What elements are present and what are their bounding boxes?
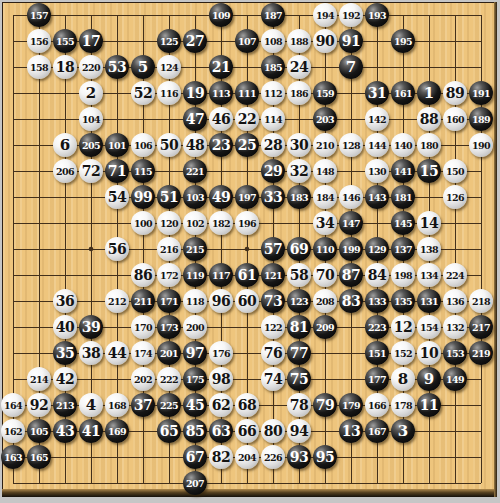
stone-black-9[interactable]: 9: [417, 367, 441, 391]
stone-black-203[interactable]: 203: [313, 107, 337, 131]
stone-white-212[interactable]: 212: [105, 289, 129, 313]
stone-black-171[interactable]: 171: [157, 289, 181, 313]
stone-white-96[interactable]: 96: [209, 289, 233, 313]
stone-white-156[interactable]: 156: [27, 29, 51, 53]
stone-white-18[interactable]: 18: [53, 55, 77, 79]
stone-white-40[interactable]: 40: [53, 315, 77, 339]
stone-black-131[interactable]: 131: [417, 289, 441, 313]
stone-black-147[interactable]: 147: [339, 211, 363, 235]
stone-black-83[interactable]: 83: [339, 289, 363, 313]
stone-white-100[interactable]: 100: [131, 211, 155, 235]
stone-white-214[interactable]: 214: [27, 367, 51, 391]
stone-white-112[interactable]: 112: [261, 81, 285, 105]
stone-black-23[interactable]: 23: [209, 133, 233, 157]
stone-black-109[interactable]: 109: [209, 3, 233, 27]
stone-black-123[interactable]: 123: [287, 289, 311, 313]
stone-black-195[interactable]: 195: [391, 29, 415, 53]
stone-white-72[interactable]: 72: [79, 159, 103, 183]
stone-black-7[interactable]: 7: [339, 55, 363, 79]
stone-black-199[interactable]: 199: [339, 237, 363, 261]
stone-white-44[interactable]: 44: [105, 341, 129, 365]
stone-white-168[interactable]: 168: [105, 393, 129, 417]
stone-white-196[interactable]: 196: [235, 211, 259, 235]
stone-white-162[interactable]: 162: [1, 419, 25, 443]
stone-black-37[interactable]: 37: [131, 393, 155, 417]
stone-black-41[interactable]: 41: [79, 419, 103, 443]
stone-black-133[interactable]: 133: [365, 289, 389, 313]
stone-black-193[interactable]: 193: [365, 3, 389, 27]
stone-black-75[interactable]: 75: [287, 367, 311, 391]
stone-white-48[interactable]: 48: [183, 133, 207, 157]
stone-white-118[interactable]: 118: [183, 289, 207, 313]
stone-white-88[interactable]: 88: [417, 107, 441, 131]
stone-black-35[interactable]: 35: [53, 341, 77, 365]
stone-white-14[interactable]: 14: [417, 211, 441, 235]
stone-black-187[interactable]: 187: [261, 3, 285, 27]
stone-white-124[interactable]: 124: [157, 55, 181, 79]
stone-black-11[interactable]: 11: [417, 393, 441, 417]
stone-black-119[interactable]: 119: [183, 263, 207, 287]
stone-black-81[interactable]: 81: [287, 315, 311, 339]
stone-white-210[interactable]: 210: [313, 133, 337, 157]
stone-black-5[interactable]: 5: [131, 55, 155, 79]
stone-black-71[interactable]: 71: [105, 159, 129, 183]
stone-black-211[interactable]: 211: [131, 289, 155, 313]
stone-black-47[interactable]: 47: [183, 107, 207, 131]
stone-black-159[interactable]: 159: [313, 81, 337, 105]
stone-black-155[interactable]: 155: [53, 29, 77, 53]
stone-black-153[interactable]: 153: [443, 341, 467, 365]
stone-black-25[interactable]: 25: [235, 133, 259, 157]
stone-black-97[interactable]: 97: [183, 341, 207, 365]
stone-white-52[interactable]: 52: [131, 81, 155, 105]
stone-black-43[interactable]: 43: [53, 419, 77, 443]
stone-white-42[interactable]: 42: [53, 367, 77, 391]
stone-white-54[interactable]: 54: [105, 185, 129, 209]
stone-black-15[interactable]: 15: [417, 159, 441, 183]
stone-white-34[interactable]: 34: [313, 211, 337, 235]
stone-white-160[interactable]: 160: [443, 107, 467, 131]
stone-white-148[interactable]: 148: [313, 159, 337, 183]
stone-white-108[interactable]: 108: [261, 29, 285, 53]
stone-white-182[interactable]: 182: [209, 211, 233, 235]
stone-white-140[interactable]: 140: [391, 133, 415, 157]
stone-black-165[interactable]: 165: [27, 445, 51, 469]
stone-white-186[interactable]: 186: [287, 81, 311, 105]
stone-black-61[interactable]: 61: [235, 263, 259, 287]
stone-white-126[interactable]: 126: [443, 185, 467, 209]
stone-white-114[interactable]: 114: [261, 107, 285, 131]
stone-white-78[interactable]: 78: [287, 393, 311, 417]
stone-black-129[interactable]: 129: [365, 237, 389, 261]
stone-black-87[interactable]: 87: [339, 263, 363, 287]
stone-black-13[interactable]: 13: [339, 419, 363, 443]
stone-white-224[interactable]: 224: [443, 263, 467, 287]
stone-black-99[interactable]: 99: [131, 185, 155, 209]
stone-white-178[interactable]: 178: [391, 393, 415, 417]
stone-white-98[interactable]: 98: [209, 367, 233, 391]
stone-black-173[interactable]: 173: [157, 315, 181, 339]
stone-white-128[interactable]: 128: [339, 133, 363, 157]
stone-white-158[interactable]: 158: [27, 55, 51, 79]
stone-black-223[interactable]: 223: [365, 315, 389, 339]
stone-black-201[interactable]: 201: [157, 341, 181, 365]
board-edge-bevel-bottom: [2, 489, 497, 497]
stone-white-166[interactable]: 166: [365, 393, 389, 417]
stone-white-136[interactable]: 136: [443, 289, 467, 313]
stone-black-3[interactable]: 3: [391, 419, 415, 443]
stone-white-130[interactable]: 130: [365, 159, 389, 183]
stone-white-104[interactable]: 104: [79, 107, 103, 131]
stone-black-179[interactable]: 179: [339, 393, 363, 417]
stone-white-204[interactable]: 204: [235, 445, 259, 469]
stone-black-145[interactable]: 145: [391, 211, 415, 235]
stone-black-29[interactable]: 29: [261, 159, 285, 183]
stone-black-39[interactable]: 39: [79, 315, 103, 339]
stone-black-57[interactable]: 57: [261, 237, 285, 261]
stone-black-17[interactable]: 17: [79, 29, 103, 53]
stone-white-206[interactable]: 206: [53, 159, 77, 183]
stone-white-12[interactable]: 12: [391, 315, 415, 339]
stone-white-172[interactable]: 172: [157, 263, 181, 287]
stone-black-115[interactable]: 115: [131, 159, 155, 183]
stone-black-215[interactable]: 215: [183, 237, 207, 261]
stone-white-174[interactable]: 174: [131, 341, 155, 365]
stone-white-62[interactable]: 62: [209, 393, 233, 417]
stone-black-27[interactable]: 27: [183, 29, 207, 53]
stone-black-113[interactable]: 113: [209, 81, 233, 105]
stone-black-21[interactable]: 21: [209, 55, 233, 79]
stone-black-65[interactable]: 65: [157, 419, 181, 443]
stone-white-226[interactable]: 226: [261, 445, 285, 469]
stone-black-137[interactable]: 137: [391, 237, 415, 261]
stone-black-181[interactable]: 181: [391, 185, 415, 209]
stone-black-95[interactable]: 95: [313, 445, 337, 469]
stone-white-58[interactable]: 58: [287, 263, 311, 287]
stone-black-207[interactable]: 207: [183, 471, 207, 495]
stone-black-161[interactable]: 161: [391, 81, 415, 105]
stone-white-138[interactable]: 138: [417, 237, 441, 261]
stone-white-74[interactable]: 74: [261, 367, 285, 391]
stone-white-56[interactable]: 56: [105, 237, 129, 261]
stone-black-183[interactable]: 183: [287, 185, 311, 209]
stone-white-198[interactable]: 198: [391, 263, 415, 287]
stone-white-180[interactable]: 180: [417, 133, 441, 157]
stone-black-49[interactable]: 49: [209, 185, 233, 209]
stone-black-121[interactable]: 121: [261, 263, 285, 287]
stone-black-143[interactable]: 143: [365, 185, 389, 209]
stone-black-19[interactable]: 19: [183, 81, 207, 105]
stone-white-30[interactable]: 30: [287, 133, 311, 157]
stone-white-152[interactable]: 152: [391, 341, 415, 365]
stone-black-85[interactable]: 85: [183, 419, 207, 443]
stone-black-103[interactable]: 103: [183, 185, 207, 209]
stone-black-63[interactable]: 63: [209, 419, 233, 443]
stone-white-38[interactable]: 38: [79, 341, 103, 365]
stone-white-6[interactable]: 6: [53, 133, 77, 157]
stone-white-68[interactable]: 68: [235, 393, 259, 417]
stone-white-36[interactable]: 36: [53, 289, 77, 313]
stone-black-167[interactable]: 167: [365, 419, 389, 443]
stone-black-213[interactable]: 213: [53, 393, 77, 417]
stone-white-24[interactable]: 24: [287, 55, 311, 79]
stone-black-101[interactable]: 101: [105, 133, 129, 157]
stone-white-120[interactable]: 120: [157, 211, 181, 235]
stone-white-176[interactable]: 176: [209, 341, 233, 365]
stone-black-217[interactable]: 217: [469, 315, 493, 339]
stone-white-192[interactable]: 192: [339, 3, 363, 27]
stone-white-86[interactable]: 86: [131, 263, 155, 287]
stone-black-209[interactable]: 209: [313, 315, 337, 339]
stone-white-8[interactable]: 8: [391, 367, 415, 391]
stone-white-222[interactable]: 222: [157, 367, 181, 391]
stone-black-110[interactable]: 110: [313, 237, 337, 261]
stone-black-191[interactable]: 191: [469, 81, 493, 105]
stone-white-194[interactable]: 194: [313, 3, 337, 27]
stone-white-218[interactable]: 218: [469, 289, 493, 313]
stone-white-90[interactable]: 90: [313, 29, 337, 53]
stone-black-67[interactable]: 67: [183, 445, 207, 469]
stone-black-157[interactable]: 157: [27, 3, 51, 27]
stone-white-184[interactable]: 184: [313, 185, 337, 209]
stone-black-91[interactable]: 91: [339, 29, 363, 53]
stone-white-144[interactable]: 144: [365, 133, 389, 157]
stone-white-132[interactable]: 132: [443, 315, 467, 339]
stone-white-2[interactable]: 2: [79, 81, 103, 105]
stone-white-50[interactable]: 50: [157, 133, 181, 157]
stone-white-89[interactable]: 89: [443, 81, 467, 105]
stone-white-154[interactable]: 154: [417, 315, 441, 339]
stone-white-200[interactable]: 200: [183, 315, 207, 339]
stone-black-125[interactable]: 125: [157, 29, 181, 53]
stone-white-102[interactable]: 102: [183, 211, 207, 235]
stone-black-1[interactable]: 1: [417, 81, 441, 105]
board-frame: 1571091871941921931561551712527107108188…: [0, 0, 500, 503]
stone-white-106[interactable]: 106: [131, 133, 155, 157]
stone-black-219[interactable]: 219: [469, 341, 493, 365]
stone-white-92[interactable]: 92: [27, 393, 51, 417]
stone-black-45[interactable]: 45: [183, 393, 207, 417]
stone-white-216[interactable]: 216: [157, 237, 181, 261]
stone-white-94[interactable]: 94: [287, 419, 311, 443]
stone-black-177[interactable]: 177: [365, 367, 389, 391]
stone-black-185[interactable]: 185: [261, 55, 285, 79]
stone-white-32[interactable]: 32: [287, 159, 311, 183]
stone-white-150[interactable]: 150: [443, 159, 467, 183]
stone-white-28[interactable]: 28: [261, 133, 285, 157]
stone-black-163[interactable]: 163: [1, 445, 25, 469]
stone-black-73[interactable]: 73: [261, 289, 285, 313]
stone-black-105[interactable]: 105: [27, 419, 51, 443]
stone-white-60[interactable]: 60: [235, 289, 259, 313]
stone-white-134[interactable]: 134: [417, 263, 441, 287]
stone-white-4[interactable]: 4: [79, 393, 103, 417]
stone-black-69[interactable]: 69: [287, 237, 311, 261]
stone-black-31[interactable]: 31: [365, 81, 389, 105]
stone-black-53[interactable]: 53: [105, 55, 129, 79]
stone-white-146[interactable]: 146: [339, 185, 363, 209]
stone-white-66[interactable]: 66: [235, 419, 259, 443]
stone-black-107[interactable]: 107: [235, 29, 259, 53]
stone-black-135[interactable]: 135: [391, 289, 415, 313]
stone-black-205[interactable]: 205: [79, 133, 103, 157]
stone-white-80[interactable]: 80: [261, 419, 285, 443]
stone-black-111[interactable]: 111: [235, 81, 259, 105]
stone-white-170[interactable]: 170: [131, 315, 155, 339]
stone-black-77[interactable]: 77: [287, 341, 311, 365]
stone-black-197[interactable]: 197: [235, 185, 259, 209]
stone-white-122[interactable]: 122: [261, 315, 285, 339]
stone-white-142[interactable]: 142: [365, 107, 389, 131]
stone-white-190[interactable]: 190: [469, 133, 493, 157]
stone-white-116[interactable]: 116: [157, 81, 181, 105]
stone-black-175[interactable]: 175: [183, 367, 207, 391]
stone-white-46[interactable]: 46: [209, 107, 233, 131]
stone-white-208[interactable]: 208: [313, 289, 337, 313]
stone-black-141[interactable]: 141: [391, 159, 415, 183]
stone-black-51[interactable]: 51: [157, 185, 181, 209]
stone-white-220[interactable]: 220: [79, 55, 103, 79]
stone-black-33[interactable]: 33: [261, 185, 285, 209]
stone-black-221[interactable]: 221: [183, 159, 207, 183]
stone-black-189[interactable]: 189: [469, 107, 493, 131]
stone-white-202[interactable]: 202: [131, 367, 155, 391]
stone-black-93[interactable]: 93: [287, 445, 311, 469]
stone-white-84[interactable]: 84: [365, 263, 389, 287]
stone-white-22[interactable]: 22: [235, 107, 259, 131]
stone-white-82[interactable]: 82: [209, 445, 233, 469]
stone-white-76[interactable]: 76: [261, 341, 285, 365]
stone-white-10[interactable]: 10: [417, 341, 441, 365]
stone-black-151[interactable]: 151: [365, 341, 389, 365]
stone-black-149[interactable]: 149: [443, 367, 467, 391]
stone-black-225[interactable]: 225: [157, 393, 181, 417]
stone-white-188[interactable]: 188: [287, 29, 311, 53]
stone-white-164[interactable]: 164: [1, 393, 25, 417]
stone-black-169[interactable]: 169: [105, 419, 129, 443]
board-edge-bevel-right: [494, 2, 497, 497]
stone-black-79[interactable]: 79: [313, 393, 337, 417]
stone-black-117[interactable]: 117: [209, 263, 233, 287]
stone-white-70[interactable]: 70: [313, 263, 337, 287]
